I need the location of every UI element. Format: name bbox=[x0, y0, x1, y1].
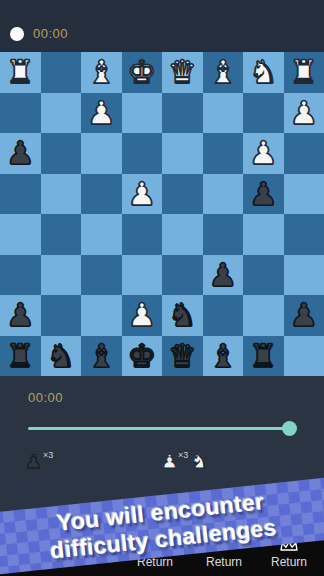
black-rook-piece: ♜ bbox=[243, 336, 284, 377]
slider-track[interactable] bbox=[28, 427, 296, 430]
progress-slider[interactable] bbox=[28, 420, 296, 436]
square-r8-c3[interactable]: ♝ bbox=[81, 336, 122, 377]
square-r1-c6[interactable]: ♝ bbox=[203, 52, 244, 93]
square-r4-c8[interactable] bbox=[284, 174, 324, 215]
square-r6-c6[interactable]: ♟ bbox=[203, 255, 244, 296]
square-r4-c7[interactable]: ♟ bbox=[243, 174, 284, 215]
square-r2-c8[interactable]: ♟ bbox=[284, 93, 324, 134]
square-r6-c4[interactable] bbox=[122, 255, 163, 296]
black-knight-piece: ♞ bbox=[162, 295, 203, 336]
square-r7-c6[interactable] bbox=[203, 295, 244, 336]
square-r4-c4[interactable]: ♟ bbox=[122, 174, 163, 215]
white-bishop-piece: ♝ bbox=[81, 52, 122, 93]
white-pawn-piece: ♟ bbox=[122, 174, 163, 215]
white-pawn-piece: ♟ bbox=[122, 295, 163, 336]
square-r2-c6[interactable] bbox=[203, 93, 244, 134]
square-r7-c8[interactable]: ♟ bbox=[284, 295, 324, 336]
square-r2-c7[interactable] bbox=[243, 93, 284, 134]
white-pawn-piece: ♟ bbox=[81, 93, 122, 134]
square-r2-c2[interactable] bbox=[41, 93, 82, 134]
square-r7-c2[interactable] bbox=[41, 295, 82, 336]
square-r6-c7[interactable] bbox=[243, 255, 284, 296]
black-knight-piece: ♞ bbox=[41, 336, 82, 377]
square-r7-c3[interactable] bbox=[81, 295, 122, 336]
square-r5-c1[interactable] bbox=[0, 214, 41, 255]
white-player-indicator-icon bbox=[10, 27, 24, 41]
opponent-timer: 00:00 bbox=[33, 26, 68, 42]
square-r7-c1[interactable]: ♟ bbox=[0, 295, 41, 336]
square-r4-c1[interactable] bbox=[0, 174, 41, 215]
square-r3-c5[interactable] bbox=[162, 133, 203, 174]
white-rook-piece: ♜ bbox=[284, 52, 324, 93]
square-r8-c1[interactable]: ♜ bbox=[0, 336, 41, 377]
nav-return-button-3[interactable]: Return bbox=[271, 555, 307, 569]
square-r1-c7[interactable]: ♞ bbox=[243, 52, 284, 93]
square-r1-c5[interactable]: ♛ bbox=[162, 52, 203, 93]
square-r4-c5[interactable] bbox=[162, 174, 203, 215]
square-r3-c6[interactable] bbox=[203, 133, 244, 174]
black-bishop-piece: ♝ bbox=[203, 336, 244, 377]
square-r5-c4[interactable] bbox=[122, 214, 163, 255]
square-r3-c8[interactable] bbox=[284, 133, 324, 174]
captured-white-pawn-icon: ♟ bbox=[161, 452, 178, 471]
square-r4-c2[interactable] bbox=[41, 174, 82, 215]
square-r3-c3[interactable] bbox=[81, 133, 122, 174]
square-r5-c7[interactable] bbox=[243, 214, 284, 255]
captured-white-knight-icon: ♞ bbox=[190, 451, 209, 472]
square-r5-c3[interactable] bbox=[81, 214, 122, 255]
black-bishop-piece: ♝ bbox=[81, 336, 122, 377]
chess-app-screen: 00:00 ♜♝♚♛♝♞♜♟♟♟♟♟♟♟♟♟♞♟♜♞♝♚♛♝♜ 00:00 ♟ … bbox=[0, 0, 324, 576]
slider-knob-icon[interactable] bbox=[282, 421, 297, 436]
white-bishop-piece: ♝ bbox=[203, 52, 244, 93]
chess-board[interactable]: ♜♝♚♛♝♞♜♟♟♟♟♟♟♟♟♟♞♟♜♞♝♚♛♝♜ bbox=[0, 52, 324, 376]
square-r6-c1[interactable] bbox=[0, 255, 41, 296]
square-r4-c6[interactable] bbox=[203, 174, 244, 215]
square-r4-c3[interactable] bbox=[81, 174, 122, 215]
square-r2-c3[interactable]: ♟ bbox=[81, 93, 122, 134]
black-pawn-piece: ♟ bbox=[284, 295, 324, 336]
square-r2-c5[interactable] bbox=[162, 93, 203, 134]
square-r8-c2[interactable]: ♞ bbox=[41, 336, 82, 377]
white-king-piece: ♚ bbox=[122, 52, 163, 93]
square-r6-c2[interactable] bbox=[41, 255, 82, 296]
captured-black-pawn-count: ×3 bbox=[43, 450, 53, 460]
square-r1-c8[interactable]: ♜ bbox=[284, 52, 324, 93]
captured-black-pawn-icon: ♟ bbox=[25, 452, 42, 471]
square-r6-c8[interactable] bbox=[284, 255, 324, 296]
square-r7-c5[interactable]: ♞ bbox=[162, 295, 203, 336]
white-knight-piece: ♞ bbox=[243, 52, 284, 93]
captured-white-pawn-count: ×3 bbox=[178, 450, 188, 460]
square-r3-c1[interactable]: ♟ bbox=[0, 133, 41, 174]
square-r2-c1[interactable] bbox=[0, 93, 41, 134]
square-r7-c7[interactable] bbox=[243, 295, 284, 336]
square-r8-c7[interactable]: ♜ bbox=[243, 336, 284, 377]
opponent-bar: 00:00 bbox=[0, 0, 324, 52]
black-queen-piece: ♛ bbox=[162, 336, 203, 377]
square-r1-c4[interactable]: ♚ bbox=[122, 52, 163, 93]
player-timer: 00:00 bbox=[28, 390, 63, 405]
black-rook-piece: ♜ bbox=[0, 336, 41, 377]
square-r1-c3[interactable]: ♝ bbox=[81, 52, 122, 93]
square-r6-c3[interactable] bbox=[81, 255, 122, 296]
square-r1-c1[interactable]: ♜ bbox=[0, 52, 41, 93]
square-r5-c8[interactable] bbox=[284, 214, 324, 255]
square-r1-c2[interactable] bbox=[41, 52, 82, 93]
square-r5-c5[interactable] bbox=[162, 214, 203, 255]
black-pawn-piece: ♟ bbox=[0, 133, 41, 174]
square-r8-c5[interactable]: ♛ bbox=[162, 336, 203, 377]
white-pawn-piece: ♟ bbox=[284, 93, 324, 134]
square-r8-c8[interactable] bbox=[284, 336, 324, 377]
square-r8-c4[interactable]: ♚ bbox=[122, 336, 163, 377]
square-r8-c6[interactable]: ♝ bbox=[203, 336, 244, 377]
black-pawn-piece: ♟ bbox=[243, 174, 284, 215]
square-r3-c4[interactable] bbox=[122, 133, 163, 174]
square-r2-c4[interactable] bbox=[122, 93, 163, 134]
square-r5-c6[interactable] bbox=[203, 214, 244, 255]
white-rook-piece: ♜ bbox=[0, 52, 41, 93]
square-r7-c4[interactable]: ♟ bbox=[122, 295, 163, 336]
white-pawn-piece: ♟ bbox=[243, 133, 284, 174]
square-r3-c7[interactable]: ♟ bbox=[243, 133, 284, 174]
square-r3-c2[interactable] bbox=[41, 133, 82, 174]
black-pawn-piece: ♟ bbox=[203, 255, 244, 296]
square-r5-c2[interactable] bbox=[41, 214, 82, 255]
square-r6-c5[interactable] bbox=[162, 255, 203, 296]
black-king-piece: ♚ bbox=[122, 336, 163, 377]
black-pawn-piece: ♟ bbox=[0, 295, 41, 336]
nav-return-button-2[interactable]: Return bbox=[206, 555, 242, 569]
white-queen-piece: ♛ bbox=[162, 52, 203, 93]
